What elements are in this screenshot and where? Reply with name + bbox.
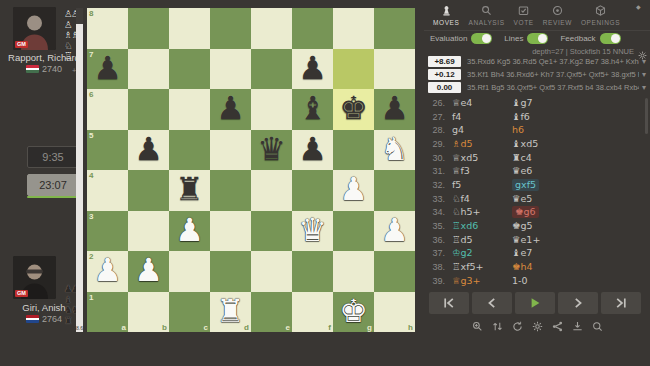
move-number: 28.: [428, 125, 445, 135]
tab-label: VOTE: [514, 19, 534, 26]
player-top-avatar: GM: [13, 7, 56, 50]
first-move-button[interactable]: [429, 292, 469, 314]
player-top-name: Rapport, Richard: [0, 52, 88, 63]
black-rook-c4[interactable]: ♜: [169, 173, 210, 205]
engine-variation: 35.Rf1 Bg5 36.Qxf5+ Qxf5 37.Rxf5 b4 38.c…: [467, 83, 639, 92]
chess-analysis-app: GM ♙♙♙♗♗♘♖ Rapport, Richard 2740 +1 9:35…: [0, 0, 650, 366]
engine-eval: 0.00: [428, 82, 461, 93]
square-c7[interactable]: [169, 49, 210, 90]
chess-board[interactable]: 87♟♟6♟♝♚♟5♟♛♟♞4♜♟3♟♛♟2♟♟1abcd♜efg♚h: [87, 8, 415, 332]
last-move-button[interactable]: [601, 292, 641, 314]
square-d2[interactable]: [210, 251, 251, 292]
download-icon[interactable]: [572, 318, 583, 329]
title-badge: GM: [15, 41, 28, 49]
engine-eval: +0.12: [428, 69, 461, 80]
analysis-icon: [481, 5, 492, 16]
white-move[interactable]: ♖xd6: [452, 220, 512, 232]
square-e7[interactable]: [251, 49, 292, 90]
board-tools: [424, 318, 650, 329]
black-move[interactable]: ♛e5: [512, 193, 532, 205]
white-rook-d1[interactable]: ♜: [210, 294, 251, 326]
engine-eval: +8.69: [428, 56, 461, 67]
square-d3[interactable]: [210, 211, 251, 252]
square-g4[interactable]: ♟: [333, 170, 374, 211]
square-c2[interactable]: [169, 251, 210, 292]
engine-line-2[interactable]: +0.1235.Kf1 Bh4 36.Rxd6+ Kh7 37.Qxf5+ Qx…: [428, 69, 646, 80]
black-pawn-f5[interactable]: ♟: [292, 132, 333, 164]
next-icon: [572, 297, 584, 309]
square-b8[interactable]: [128, 8, 169, 49]
engine-variation: 35.Rxd6 Kg5 36.Rd5 Qe1+ 37.Kg2 Be7 38.h4…: [467, 57, 639, 66]
zoom-in-icon[interactable]: [472, 318, 483, 329]
rank-label: 4: [89, 171, 93, 180]
square-e4[interactable]: [251, 170, 292, 211]
rank-label: 3: [89, 212, 93, 221]
engine-line-1[interactable]: +8.6935.Rxd6 Kg5 36.Rd5 Qe1+ 37.Kg2 Be7 …: [428, 56, 646, 67]
square-b3[interactable]: [128, 211, 169, 252]
move-row: 29.♗d5♝xd5: [428, 137, 644, 151]
evaluation-bar-black: [76, 8, 83, 24]
square-d6[interactable]: ♟: [210, 89, 251, 130]
rank-label: 5: [89, 131, 93, 140]
square-d7[interactable]: [210, 49, 251, 90]
square-f5[interactable]: ♟: [292, 130, 333, 171]
prev-move-button[interactable]: [472, 292, 512, 314]
square-d5[interactable]: [210, 130, 251, 171]
black-move[interactable]: ♚g6: [512, 206, 539, 218]
square-d4[interactable]: [210, 170, 251, 211]
square-h1[interactable]: h: [374, 292, 415, 333]
square-h2[interactable]: [374, 251, 415, 292]
white-knight-h5[interactable]: ♞: [374, 132, 415, 164]
move-number: 34.: [428, 207, 445, 217]
move-row: 32.f5gxf5: [428, 178, 644, 192]
white-move[interactable]: f4: [452, 111, 512, 123]
move-number: 27.: [428, 112, 445, 122]
last-icon: [614, 297, 628, 309]
black-king-g6[interactable]: ♚: [333, 92, 374, 124]
tab-openings[interactable]: OPENINGS: [581, 5, 620, 26]
square-c8[interactable]: [169, 8, 210, 49]
square-f4[interactable]: [292, 170, 333, 211]
move-list: 26.♕e4♝g727.f4♝f628.g4h629.♗d5♝xd530.♕xd…: [428, 96, 644, 288]
move-row: 37.♔g2♝e7: [428, 247, 644, 261]
square-b5[interactable]: ♟: [128, 130, 169, 171]
rank-label: 8: [89, 9, 93, 18]
move-navigation: [429, 292, 641, 314]
black-move[interactable]: 1-0: [512, 275, 528, 287]
square-e3[interactable]: [251, 211, 292, 252]
square-e8[interactable]: [251, 8, 292, 49]
square-h6[interactable]: ♟: [374, 89, 415, 130]
move-row: 31.♕f3♛e6: [428, 164, 644, 178]
white-move[interactable]: ♕xd5: [452, 152, 512, 164]
black-pawn-f7[interactable]: ♟: [292, 51, 333, 83]
review-icon: [552, 5, 563, 16]
move-row: 26.♕e4♝g7: [428, 96, 644, 110]
square-b7[interactable]: [128, 49, 169, 90]
white-move[interactable]: ♕g3+: [452, 275, 512, 287]
white-king-g1[interactable]: ♚: [333, 294, 374, 326]
square-g5[interactable]: [333, 130, 374, 171]
black-move[interactable]: gxf5: [512, 179, 539, 191]
move-row: 39.♕g3+1-0: [428, 274, 644, 288]
move-number: 38.: [428, 262, 445, 272]
square-e5[interactable]: ♛: [251, 130, 292, 171]
white-pawn-g4[interactable]: ♟: [333, 173, 374, 205]
move-row: 34.♘h5+♚g6: [428, 206, 644, 220]
square-a7[interactable]: 7♟: [87, 49, 128, 90]
toggle-label: Feedback: [560, 34, 595, 43]
square-f2[interactable]: [292, 251, 333, 292]
square-g1[interactable]: g♚: [333, 292, 374, 333]
move-row: 28.g4h6: [428, 123, 644, 137]
black-move[interactable]: ♝xd5: [512, 138, 538, 150]
black-move[interactable]: ♛e6: [512, 165, 532, 177]
tab-review[interactable]: REVIEW: [543, 5, 572, 26]
white-pawn-h3[interactable]: ♟: [374, 213, 415, 245]
square-f1[interactable]: f: [292, 292, 333, 333]
move-number: 32.: [428, 180, 445, 190]
share-icon[interactable]: [552, 318, 563, 329]
black-move[interactable]: ♝g7: [512, 97, 533, 109]
engine-line-3[interactable]: 0.0035.Rf1 Bg5 36.Qxf5+ Qxf5 37.Rxf5 b4 …: [428, 82, 646, 93]
white-move[interactable]: ♔g2: [452, 247, 512, 259]
toggle-group-feedback: Feedback: [560, 33, 620, 44]
vote-icon: [518, 5, 529, 16]
engine-lines: +8.6935.Rxd6 Kg5 36.Rd5 Qe1+ 37.Kg2 Be7 …: [428, 56, 646, 95]
lines-toggle[interactable]: [527, 33, 548, 44]
square-e2[interactable]: [251, 251, 292, 292]
square-f3[interactable]: ♛: [292, 211, 333, 252]
tab-label: OPENINGS: [581, 19, 620, 26]
search-icon[interactable]: [592, 318, 603, 329]
black-bishop-f6[interactable]: ♝: [292, 92, 333, 124]
square-b2[interactable]: ♟: [128, 251, 169, 292]
square-g2[interactable]: [333, 251, 374, 292]
black-move[interactable]: ♝f6: [512, 111, 530, 123]
white-pawn-c3[interactable]: ♟: [169, 213, 210, 245]
evaluation-bar-value: 8.6: [76, 325, 83, 331]
evaluation-bar: 8.6: [76, 8, 83, 332]
black-pawn-b5[interactable]: ♟: [128, 132, 169, 164]
square-h4[interactable]: [374, 170, 415, 211]
black-pawn-h6[interactable]: ♟: [374, 92, 415, 124]
move-number: 29.: [428, 139, 445, 149]
square-b1[interactable]: b: [128, 292, 169, 333]
white-move[interactable]: f5: [452, 179, 512, 191]
premium-sparkle-icon[interactable]: ◆: [636, 3, 641, 10]
white-move[interactable]: ♖xf5+: [452, 261, 512, 273]
square-c6[interactable]: [169, 89, 210, 130]
engine-toggles: EvaluationLinesFeedback: [430, 33, 621, 44]
black-move[interactable]: ♜c4: [512, 152, 532, 164]
square-b6[interactable]: [128, 89, 169, 130]
square-h3[interactable]: ♟: [374, 211, 415, 252]
expand-line-chevron-icon[interactable]: ▾: [642, 83, 646, 92]
openings-icon: [595, 5, 606, 16]
move-number: 35.: [428, 221, 445, 231]
white-move[interactable]: ♖d5: [452, 234, 512, 246]
square-a5[interactable]: 5: [87, 130, 128, 171]
white-move[interactable]: g4: [452, 124, 512, 136]
tab-label: REVIEW: [543, 19, 572, 26]
square-g3[interactable]: [333, 211, 374, 252]
tab-analysis[interactable]: ANALYSIS: [468, 5, 504, 26]
square-a1[interactable]: 1a: [87, 292, 128, 333]
file-label: b: [162, 323, 167, 332]
square-a6[interactable]: 6: [87, 89, 128, 130]
black-queen-e5[interactable]: ♛: [251, 132, 292, 164]
square-a2[interactable]: 2♟: [87, 251, 128, 292]
square-a8[interactable]: 8: [87, 8, 128, 49]
move-row: 38.♖xf5+♚h4: [428, 260, 644, 274]
tab-label: ANALYSIS: [468, 19, 504, 26]
rank-label: 6: [89, 90, 93, 99]
toggle-group-evaluation: Evaluation: [430, 33, 492, 44]
tab-vote[interactable]: VOTE: [514, 5, 534, 26]
black-move[interactable]: ♚h4: [512, 261, 533, 273]
white-move[interactable]: ♗d5: [452, 138, 512, 150]
square-h7[interactable]: [374, 49, 415, 90]
square-c4[interactable]: ♜: [169, 170, 210, 211]
toggle-label: Evaluation: [430, 34, 467, 43]
square-c3[interactable]: ♟: [169, 211, 210, 252]
tabs-divider: [424, 30, 650, 31]
player-bottom-rating-row: 2764: [0, 314, 88, 324]
square-f7[interactable]: ♟: [292, 49, 333, 90]
rank-label: 1: [89, 293, 93, 302]
move-number: 26.: [428, 98, 445, 108]
file-label: h: [408, 323, 413, 332]
black-move[interactable]: ♛e1+: [512, 234, 540, 246]
flag-hungary-icon: [26, 65, 39, 73]
expand-line-chevron-icon[interactable]: ▾: [642, 70, 646, 79]
prev-icon: [486, 297, 498, 309]
square-e1[interactable]: e: [251, 292, 292, 333]
white-queen-f3[interactable]: ♛: [292, 213, 333, 245]
file-label: c: [204, 323, 208, 332]
file-label: f: [328, 323, 331, 332]
move-row: 35.♖xd6♚g5: [428, 219, 644, 233]
engine-status: depth=27 | Stockfish 15 NNUE: [532, 47, 634, 56]
move-row: 33.♘f4♛e5: [428, 192, 644, 206]
white-move[interactable]: ♕f3: [452, 165, 512, 177]
square-d8[interactable]: [210, 8, 251, 49]
move-list-scrollbar[interactable]: [645, 98, 648, 134]
flag-netherlands-icon: [26, 315, 39, 323]
move-number: 36.: [428, 235, 445, 245]
move-number: 33.: [428, 194, 445, 204]
evaluation-toggle[interactable]: [471, 33, 492, 44]
square-f8[interactable]: [292, 8, 333, 49]
move-row: 36.♖d5♛e1+: [428, 233, 644, 247]
tab-moves[interactable]: MOVES: [433, 5, 459, 26]
square-h8[interactable]: [374, 8, 415, 49]
square-f6[interactable]: ♝: [292, 89, 333, 130]
panel-tabs: MOVESANALYSISVOTEREVIEWOPENINGS: [433, 5, 620, 26]
square-c5[interactable]: [169, 130, 210, 171]
player-bottom-name: Giri, Anish: [0, 302, 88, 313]
white-move[interactable]: ♘f4: [452, 193, 512, 205]
square-h5[interactable]: ♞: [374, 130, 415, 171]
white-pawn-b2[interactable]: ♟: [128, 254, 169, 286]
move-number: 31.: [428, 166, 445, 176]
square-e6[interactable]: [251, 89, 292, 130]
next-move-button[interactable]: [558, 292, 598, 314]
white-move[interactable]: ♘h5+: [452, 206, 512, 218]
square-g8[interactable]: [333, 8, 374, 49]
square-g6[interactable]: ♚: [333, 89, 374, 130]
square-b4[interactable]: [128, 170, 169, 211]
move-row: 27.f4♝f6: [428, 110, 644, 124]
black-pawn-d6[interactable]: ♟: [210, 92, 251, 124]
move-number: 30.: [428, 153, 445, 163]
player-bottom-rating: 2764: [42, 314, 62, 324]
square-g7[interactable]: [333, 49, 374, 90]
play-icon: [529, 297, 541, 309]
move-row: 30.♕xd5♜c4: [428, 151, 644, 165]
file-label: e: [286, 323, 290, 332]
black-move[interactable]: ♚g5: [512, 220, 533, 232]
title-badge: GM: [15, 290, 28, 298]
active-clock-indicator: [27, 196, 77, 198]
move-number: 37.: [428, 248, 445, 258]
square-d1[interactable]: d♜: [210, 292, 251, 333]
engine-variation: 35.Kf1 Bh4 36.Rxd6+ Kh7 37.Qxf5+ Qxf5+ 3…: [467, 70, 639, 79]
black-pawn-a7[interactable]: ♟: [87, 51, 128, 83]
play-move-button[interactable]: [515, 292, 555, 314]
flip-icon[interactable]: [492, 318, 503, 329]
black-move[interactable]: ♝e7: [512, 247, 532, 259]
toggle-group-lines: Lines: [504, 33, 548, 44]
refresh-icon[interactable]: [512, 318, 523, 329]
expand-line-chevron-icon[interactable]: ▾: [642, 57, 646, 66]
player-bottom-avatar: GM: [13, 256, 56, 299]
black-move[interactable]: h6: [512, 124, 524, 136]
square-a4[interactable]: 4: [87, 170, 128, 211]
move-number: 39.: [428, 276, 445, 286]
settings-icon[interactable]: [532, 318, 543, 329]
toggle-label: Lines: [504, 34, 523, 43]
clock-bottom: 23:07: [27, 174, 79, 196]
player-top-rating: 2740: [42, 64, 62, 74]
white-move[interactable]: ♕e4: [452, 97, 512, 109]
square-a3[interactable]: 3: [87, 211, 128, 252]
square-c1[interactable]: c: [169, 292, 210, 333]
feedback-toggle[interactable]: [600, 33, 621, 44]
moves-icon: [441, 5, 452, 16]
tab-label: MOVES: [433, 19, 459, 26]
clock-top: 9:35: [27, 146, 79, 168]
white-pawn-a2[interactable]: ♟: [87, 254, 128, 286]
first-icon: [442, 297, 456, 309]
file-label: a: [122, 323, 126, 332]
